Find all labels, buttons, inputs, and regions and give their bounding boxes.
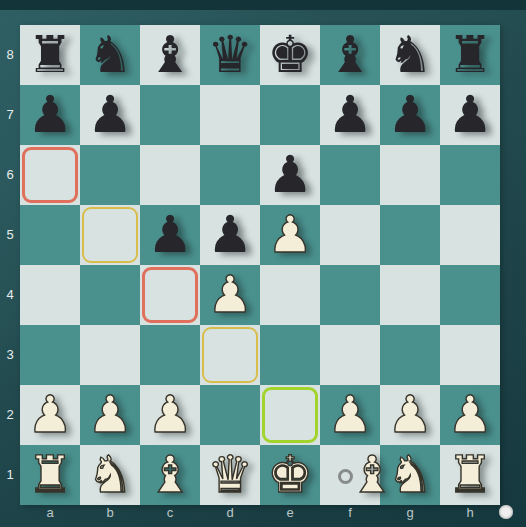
square-g4[interactable] bbox=[380, 265, 440, 325]
move-hint-yellow-b5 bbox=[82, 207, 138, 263]
square-g5[interactable] bbox=[380, 205, 440, 265]
status-indicator-dot bbox=[499, 505, 513, 519]
square-e8[interactable]: ♚ bbox=[260, 25, 320, 85]
move-hint-yellow-d3 bbox=[202, 327, 258, 383]
square-a5[interactable] bbox=[20, 205, 80, 265]
chess-board: ♜♞♝♛♚♝♞♜♟♟♟♟♟♟♟♟♟♟♟♟♟♟♟♟♜♞♝♛♚♝♞♜ bbox=[20, 25, 500, 505]
black-pawn-f7[interactable]: ♟ bbox=[327, 85, 373, 145]
square-d4[interactable]: ♟ bbox=[200, 265, 260, 325]
black-pawn-d5[interactable]: ♟ bbox=[207, 205, 253, 265]
file-labels: abcdefgh bbox=[20, 503, 500, 523]
square-g2[interactable]: ♟ bbox=[380, 385, 440, 445]
square-b5[interactable] bbox=[80, 205, 140, 265]
file-label-b: b bbox=[80, 503, 140, 523]
white-pawn-h2[interactable]: ♟ bbox=[447, 385, 493, 445]
rank-labels: 87654321 bbox=[0, 25, 20, 505]
black-knight-b8[interactable]: ♞ bbox=[87, 25, 133, 85]
square-c6[interactable] bbox=[140, 145, 200, 205]
white-pawn-b2[interactable]: ♟ bbox=[87, 385, 133, 445]
white-knight-b1[interactable]: ♞ bbox=[87, 445, 133, 505]
square-e1[interactable]: ♚ bbox=[260, 445, 320, 505]
square-h5[interactable] bbox=[440, 205, 500, 265]
black-bishop-c8[interactable]: ♝ bbox=[147, 25, 193, 85]
black-pawn-g7[interactable]: ♟ bbox=[387, 85, 433, 145]
file-label-h: h bbox=[440, 503, 500, 523]
square-f1[interactable]: ♝ bbox=[320, 445, 380, 505]
square-f7[interactable]: ♟ bbox=[320, 85, 380, 145]
square-c5[interactable]: ♟ bbox=[140, 205, 200, 265]
square-e7[interactable] bbox=[260, 85, 320, 145]
square-e3[interactable] bbox=[260, 325, 320, 385]
square-a7[interactable]: ♟ bbox=[20, 85, 80, 145]
black-rook-a8[interactable]: ♜ bbox=[27, 25, 73, 85]
square-b2[interactable]: ♟ bbox=[80, 385, 140, 445]
square-g3[interactable] bbox=[380, 325, 440, 385]
square-h1[interactable]: ♜ bbox=[440, 445, 500, 505]
rank-label-8: 8 bbox=[0, 25, 20, 85]
square-f3[interactable] bbox=[320, 325, 380, 385]
white-pawn-a2[interactable]: ♟ bbox=[27, 385, 73, 445]
rank-label-2: 2 bbox=[0, 385, 20, 445]
square-g6[interactable] bbox=[380, 145, 440, 205]
square-e2[interactable] bbox=[260, 385, 320, 445]
square-c4[interactable] bbox=[140, 265, 200, 325]
square-g8[interactable]: ♞ bbox=[380, 25, 440, 85]
square-b4[interactable] bbox=[80, 265, 140, 325]
move-hint-red-a6 bbox=[22, 147, 78, 203]
file-label-g: g bbox=[380, 503, 440, 523]
white-queen-d1[interactable]: ♛ bbox=[207, 445, 253, 505]
black-pawn-a7[interactable]: ♟ bbox=[27, 85, 73, 145]
square-b6[interactable] bbox=[80, 145, 140, 205]
square-h6[interactable] bbox=[440, 145, 500, 205]
square-c3[interactable] bbox=[140, 325, 200, 385]
square-d3[interactable] bbox=[200, 325, 260, 385]
square-c2[interactable]: ♟ bbox=[140, 385, 200, 445]
file-label-f: f bbox=[320, 503, 380, 523]
file-label-a: a bbox=[20, 503, 80, 523]
square-f6[interactable] bbox=[320, 145, 380, 205]
rank-label-1: 1 bbox=[0, 445, 20, 505]
square-e6[interactable]: ♟ bbox=[260, 145, 320, 205]
black-rook-h8[interactable]: ♜ bbox=[447, 25, 493, 85]
square-f2[interactable]: ♟ bbox=[320, 385, 380, 445]
square-h8[interactable]: ♜ bbox=[440, 25, 500, 85]
square-h2[interactable]: ♟ bbox=[440, 385, 500, 445]
square-d5[interactable]: ♟ bbox=[200, 205, 260, 265]
square-a8[interactable]: ♜ bbox=[20, 25, 80, 85]
white-pawn-e5[interactable]: ♟ bbox=[267, 205, 313, 265]
square-e5[interactable]: ♟ bbox=[260, 205, 320, 265]
square-e4[interactable] bbox=[260, 265, 320, 325]
white-rook-h1[interactable]: ♜ bbox=[447, 445, 493, 505]
move-hint-green-e2 bbox=[262, 387, 318, 443]
square-b8[interactable]: ♞ bbox=[80, 25, 140, 85]
chess-app-window: ♜♞♝♛♚♝♞♜♟♟♟♟♟♟♟♟♟♟♟♟♟♟♟♟♜♞♝♛♚♝♞♜ 8765432… bbox=[0, 0, 526, 527]
square-a1[interactable]: ♜ bbox=[20, 445, 80, 505]
square-b3[interactable] bbox=[80, 325, 140, 385]
square-f4[interactable] bbox=[320, 265, 380, 325]
file-label-c: c bbox=[140, 503, 200, 523]
window-top-strip bbox=[0, 0, 526, 10]
square-a4[interactable] bbox=[20, 265, 80, 325]
file-label-e: e bbox=[260, 503, 320, 523]
square-d1[interactable]: ♛ bbox=[200, 445, 260, 505]
square-a2[interactable]: ♟ bbox=[20, 385, 80, 445]
square-c8[interactable]: ♝ bbox=[140, 25, 200, 85]
rank-label-4: 4 bbox=[0, 265, 20, 325]
square-d8[interactable]: ♛ bbox=[200, 25, 260, 85]
white-pawn-d4[interactable]: ♟ bbox=[207, 265, 253, 325]
square-g7[interactable]: ♟ bbox=[380, 85, 440, 145]
square-f5[interactable] bbox=[320, 205, 380, 265]
file-label-d: d bbox=[200, 503, 260, 523]
white-king-e1[interactable]: ♚ bbox=[267, 445, 313, 505]
square-a3[interactable] bbox=[20, 325, 80, 385]
white-pawn-f2[interactable]: ♟ bbox=[327, 385, 373, 445]
white-pawn-c2[interactable]: ♟ bbox=[147, 385, 193, 445]
square-d2[interactable] bbox=[200, 385, 260, 445]
black-pawn-e6[interactable]: ♟ bbox=[267, 145, 313, 205]
rank-label-3: 3 bbox=[0, 325, 20, 385]
square-a6[interactable] bbox=[20, 145, 80, 205]
square-h3[interactable] bbox=[440, 325, 500, 385]
black-knight-g8[interactable]: ♞ bbox=[387, 25, 433, 85]
rank-label-5: 5 bbox=[0, 205, 20, 265]
black-queen-d8[interactable]: ♛ bbox=[207, 25, 253, 85]
move-hint-red-c4 bbox=[142, 267, 198, 323]
black-pawn-h7[interactable]: ♟ bbox=[447, 85, 493, 145]
square-c1[interactable]: ♝ bbox=[140, 445, 200, 505]
rank-label-6: 6 bbox=[0, 145, 20, 205]
square-h4[interactable] bbox=[440, 265, 500, 325]
black-bishop-f8[interactable]: ♝ bbox=[327, 25, 373, 85]
square-b1[interactable]: ♞ bbox=[80, 445, 140, 505]
black-king-e8[interactable]: ♚ bbox=[267, 25, 313, 85]
rank-label-7: 7 bbox=[0, 85, 20, 145]
square-d6[interactable] bbox=[200, 145, 260, 205]
black-pawn-c5[interactable]: ♟ bbox=[147, 205, 193, 265]
square-b7[interactable]: ♟ bbox=[80, 85, 140, 145]
square-f8[interactable]: ♝ bbox=[320, 25, 380, 85]
white-knight-g1[interactable]: ♞ bbox=[387, 445, 433, 505]
white-rook-a1[interactable]: ♜ bbox=[27, 445, 73, 505]
square-c7[interactable] bbox=[140, 85, 200, 145]
white-pawn-g2[interactable]: ♟ bbox=[387, 385, 433, 445]
square-g1[interactable]: ♞ bbox=[380, 445, 440, 505]
square-d7[interactable] bbox=[200, 85, 260, 145]
square-h7[interactable]: ♟ bbox=[440, 85, 500, 145]
white-bishop-c1[interactable]: ♝ bbox=[147, 445, 193, 505]
black-pawn-b7[interactable]: ♟ bbox=[87, 85, 133, 145]
